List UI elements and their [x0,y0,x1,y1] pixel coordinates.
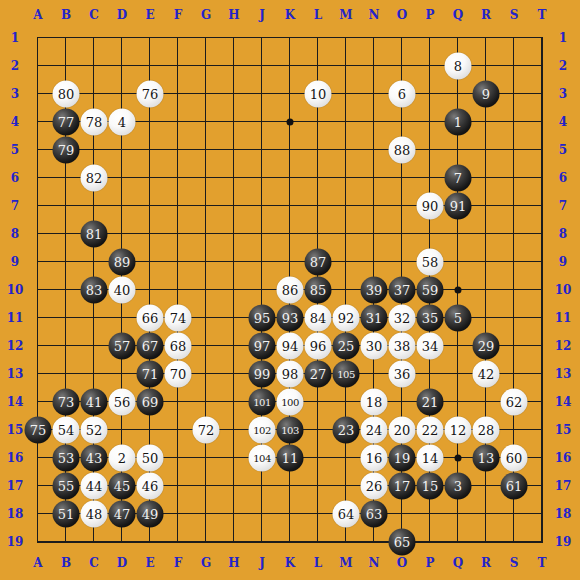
goban-screen: 1234567891011121314151617181920212223242… [0,0,580,580]
intersection-B2[interactable] [52,52,80,80]
intersection-B9[interactable] [52,248,80,276]
intersection-S3[interactable] [500,80,528,108]
intersection-N7[interactable] [360,192,388,220]
intersection-S4[interactable] [500,108,528,136]
intersection-A3[interactable] [24,80,52,108]
intersection-P6[interactable] [416,164,444,192]
intersection-R2[interactable] [472,52,500,80]
intersection-C12[interactable] [80,332,108,360]
intersection-H11[interactable] [220,304,248,332]
intersection-S2[interactable] [500,52,528,80]
intersection-L6[interactable] [304,164,332,192]
intersection-J18[interactable] [248,500,276,528]
intersection-B12[interactable] [52,332,80,360]
intersection-S7[interactable] [500,192,528,220]
intersection-B19[interactable] [52,528,80,556]
intersection-R6[interactable] [472,164,500,192]
stone-black-43: 43 [81,445,108,472]
intersection-M1[interactable] [332,24,360,52]
intersection-A1[interactable] [24,24,52,52]
intersection-L1[interactable] [304,24,332,52]
intersection-E4[interactable] [136,108,164,136]
intersection-J17[interactable] [248,472,276,500]
intersection-D2[interactable] [108,52,136,80]
intersection-H14[interactable] [220,388,248,416]
intersection-A4[interactable] [24,108,52,136]
intersection-K9[interactable] [276,248,304,276]
top-column-label-O: O [388,8,416,22]
right-row-label-7: 7 [550,199,576,213]
intersection-R10[interactable] [472,276,500,304]
intersection-J6[interactable] [248,164,276,192]
intersection-Q12[interactable] [444,332,472,360]
intersection-N5[interactable] [360,136,388,164]
intersection-N2[interactable] [360,52,388,80]
intersection-K17[interactable] [276,472,304,500]
left-row-label-2: 2 [2,59,28,73]
intersection-J1[interactable] [248,24,276,52]
stone-black-79: 79 [53,137,80,164]
left-row-label-11: 11 [2,311,28,325]
stone-black-65: 65 [389,529,416,556]
intersection-E15[interactable] [136,416,164,444]
intersection-M10[interactable] [332,276,360,304]
intersection-G10[interactable] [192,276,220,304]
intersection-G19[interactable] [192,528,220,556]
intersection-S9[interactable] [500,248,528,276]
intersection-L4[interactable] [304,108,332,136]
right-row-label-16: 16 [550,451,576,465]
intersection-G9[interactable] [192,248,220,276]
left-row-label-13: 13 [2,367,28,381]
intersection-D5[interactable] [108,136,136,164]
intersection-K7[interactable] [276,192,304,220]
intersection-F16[interactable] [164,444,192,472]
bottom-column-label-Q: Q [444,556,472,570]
intersection-D7[interactable] [108,192,136,220]
intersection-J7[interactable] [248,192,276,220]
intersection-F1[interactable] [164,24,192,52]
intersection-J4[interactable] [248,108,276,136]
intersection-C9[interactable] [80,248,108,276]
intersection-R9[interactable] [472,248,500,276]
intersection-G2[interactable] [192,52,220,80]
intersection-B11[interactable] [52,304,80,332]
intersection-S10[interactable] [500,276,528,304]
right-row-label-1: 1 [550,31,576,45]
intersection-G18[interactable] [192,500,220,528]
stone-white-72: 72 [193,417,220,444]
intersection-H17[interactable] [220,472,248,500]
intersection-G11[interactable] [192,304,220,332]
intersection-H8[interactable] [220,220,248,248]
intersection-N8[interactable] [360,220,388,248]
intersection-Q3[interactable] [444,80,472,108]
intersection-P5[interactable] [416,136,444,164]
stone-white-92: 92 [333,305,360,332]
intersection-O4[interactable] [388,108,416,136]
stone-black-73: 73 [53,389,80,416]
stone-black-99: 99 [249,361,276,388]
intersection-G1[interactable] [192,24,220,52]
intersection-P1[interactable] [416,24,444,52]
intersection-H7[interactable] [220,192,248,220]
intersection-E8[interactable] [136,220,164,248]
intersection-G5[interactable] [192,136,220,164]
intersection-H13[interactable] [220,360,248,388]
intersection-D1[interactable] [108,24,136,52]
intersection-F17[interactable] [164,472,192,500]
stone-black-3: 3 [445,473,472,500]
intersection-R14[interactable] [472,388,500,416]
intersection-A13[interactable] [24,360,52,388]
stone-white-30: 30 [361,333,388,360]
intersection-D8[interactable] [108,220,136,248]
intersection-N3[interactable] [360,80,388,108]
bottom-column-label-B: B [52,556,80,570]
intersection-L7[interactable] [304,192,332,220]
intersection-M9[interactable] [332,248,360,276]
intersection-A7[interactable] [24,192,52,220]
intersection-F15[interactable] [164,416,192,444]
stone-white-14: 14 [417,445,444,472]
intersection-D15[interactable] [108,416,136,444]
intersection-L15[interactable] [304,416,332,444]
stone-black-17: 17 [389,473,416,500]
intersection-N6[interactable] [360,164,388,192]
right-row-label-9: 9 [550,255,576,269]
intersection-Q13[interactable] [444,360,472,388]
intersection-C3[interactable] [80,80,108,108]
intersection-H6[interactable] [220,164,248,192]
stone-black-1: 1 [445,109,472,136]
intersection-Q9[interactable] [444,248,472,276]
intersection-A11[interactable] [24,304,52,332]
intersection-F8[interactable] [164,220,192,248]
intersection-S5[interactable] [500,136,528,164]
intersection-P8[interactable] [416,220,444,248]
intersection-O6[interactable] [388,164,416,192]
bottom-column-label-C: C [80,556,108,570]
intersection-Q8[interactable] [444,220,472,248]
intersection-C11[interactable] [80,304,108,332]
intersection-P3[interactable] [416,80,444,108]
intersection-M2[interactable] [332,52,360,80]
intersection-F6[interactable] [164,164,192,192]
intersection-S12[interactable] [500,332,528,360]
intersection-E10[interactable] [136,276,164,304]
intersection-H15[interactable] [220,416,248,444]
intersection-A16[interactable] [24,444,52,472]
stone-white-12: 12 [445,417,472,444]
intersection-C7[interactable] [80,192,108,220]
intersection-G14[interactable] [192,388,220,416]
stone-white-16: 16 [361,445,388,472]
stone-white-22: 22 [417,417,444,444]
intersection-F4[interactable] [164,108,192,136]
bottom-column-label-T: T [528,556,556,570]
intersection-F14[interactable] [164,388,192,416]
intersection-P4[interactable] [416,108,444,136]
intersection-N1[interactable] [360,24,388,52]
top-column-label-K: K [276,8,304,22]
top-column-label-C: C [80,8,108,22]
intersection-H19[interactable] [220,528,248,556]
intersection-R17[interactable] [472,472,500,500]
intersection-A14[interactable] [24,388,52,416]
intersection-H1[interactable] [220,24,248,52]
stone-white-46: 46 [137,473,164,500]
stone-black-83: 83 [81,277,108,304]
top-column-label-G: G [192,8,220,22]
intersection-O18[interactable] [388,500,416,528]
right-row-label-18: 18 [550,507,576,521]
intersection-Q19[interactable] [444,528,472,556]
intersection-M6[interactable] [332,164,360,192]
intersection-J5[interactable] [248,136,276,164]
intersection-A6[interactable] [24,164,52,192]
intersection-E1[interactable] [136,24,164,52]
intersection-G12[interactable] [192,332,220,360]
intersection-M14[interactable] [332,388,360,416]
intersection-H4[interactable] [220,108,248,136]
intersection-E6[interactable] [136,164,164,192]
intersection-H9[interactable] [220,248,248,276]
intersection-R19[interactable] [472,528,500,556]
intersection-E19[interactable] [136,528,164,556]
intersection-J8[interactable] [248,220,276,248]
intersection-D6[interactable] [108,164,136,192]
bottom-column-label-S: S [500,556,528,570]
top-column-label-S: S [500,8,528,22]
intersection-C1[interactable] [80,24,108,52]
stone-black-101: 101 [249,389,276,416]
intersection-S15[interactable] [500,416,528,444]
intersection-N19[interactable] [360,528,388,556]
intersection-O9[interactable] [388,248,416,276]
intersection-B8[interactable] [52,220,80,248]
intersection-F5[interactable] [164,136,192,164]
intersection-L14[interactable] [304,388,332,416]
intersection-O7[interactable] [388,192,416,220]
top-column-label-D: D [108,8,136,22]
intersection-M3[interactable] [332,80,360,108]
intersection-F7[interactable] [164,192,192,220]
intersection-P18[interactable] [416,500,444,528]
intersection-M17[interactable] [332,472,360,500]
intersection-S19[interactable] [500,528,528,556]
intersection-S6[interactable] [500,164,528,192]
intersection-C2[interactable] [80,52,108,80]
intersection-K3[interactable] [276,80,304,108]
left-row-label-8: 8 [2,227,28,241]
intersection-H3[interactable] [220,80,248,108]
intersection-K6[interactable] [276,164,304,192]
intersection-D11[interactable] [108,304,136,332]
intersection-G7[interactable] [192,192,220,220]
intersection-L16[interactable] [304,444,332,472]
intersection-N9[interactable] [360,248,388,276]
intersection-A17[interactable] [24,472,52,500]
intersection-A8[interactable] [24,220,52,248]
stone-white-40: 40 [109,277,136,304]
intersection-D19[interactable] [108,528,136,556]
intersection-H16[interactable] [220,444,248,472]
intersection-H10[interactable] [220,276,248,304]
intersection-G13[interactable] [192,360,220,388]
intersection-A9[interactable] [24,248,52,276]
intersection-G8[interactable] [192,220,220,248]
intersection-Q5[interactable] [444,136,472,164]
intersection-L17[interactable] [304,472,332,500]
stone-white-8: 8 [445,53,472,80]
intersection-G17[interactable] [192,472,220,500]
stone-black-19: 19 [389,445,416,472]
intersection-O14[interactable] [388,388,416,416]
intersection-G3[interactable] [192,80,220,108]
intersection-O2[interactable] [388,52,416,80]
intersection-M4[interactable] [332,108,360,136]
intersection-M16[interactable] [332,444,360,472]
intersection-E7[interactable] [136,192,164,220]
intersection-A2[interactable] [24,52,52,80]
top-column-label-J: J [248,8,276,22]
intersection-A5[interactable] [24,136,52,164]
intersection-R7[interactable] [472,192,500,220]
stone-white-76: 76 [137,81,164,108]
intersection-R8[interactable] [472,220,500,248]
intersection-A10[interactable] [24,276,52,304]
top-column-label-T: T [528,8,556,22]
intersection-K8[interactable] [276,220,304,248]
intersection-B6[interactable] [52,164,80,192]
intersection-F3[interactable] [164,80,192,108]
intersection-B1[interactable] [52,24,80,52]
intersection-Q18[interactable] [444,500,472,528]
intersection-L19[interactable] [304,528,332,556]
intersection-Q14[interactable] [444,388,472,416]
intersection-H18[interactable] [220,500,248,528]
bottom-column-label-L: L [304,556,332,570]
intersection-P2[interactable] [416,52,444,80]
board-grid: 1234567891011121314151617181920212223242… [24,24,556,556]
intersection-F19[interactable] [164,528,192,556]
intersection-M19[interactable] [332,528,360,556]
intersection-L5[interactable] [304,136,332,164]
intersection-O1[interactable] [388,24,416,52]
intersection-F10[interactable] [164,276,192,304]
bottom-column-label-A: A [24,556,52,570]
intersection-M5[interactable] [332,136,360,164]
intersection-R4[interactable] [472,108,500,136]
bottom-column-label-K: K [276,556,304,570]
intersection-E2[interactable] [136,52,164,80]
intersection-L18[interactable] [304,500,332,528]
intersection-E9[interactable] [136,248,164,276]
intersection-D3[interactable] [108,80,136,108]
right-row-label-17: 17 [550,479,576,493]
intersection-Q1[interactable] [444,24,472,52]
intersection-G4[interactable] [192,108,220,136]
intersection-K1[interactable] [276,24,304,52]
intersection-A19[interactable] [24,528,52,556]
intersection-B7[interactable] [52,192,80,220]
intersection-M7[interactable] [332,192,360,220]
intersection-C13[interactable] [80,360,108,388]
intersection-L2[interactable] [304,52,332,80]
intersection-N4[interactable] [360,108,388,136]
intersection-O8[interactable] [388,220,416,248]
intersection-H2[interactable] [220,52,248,80]
intersection-J9[interactable] [248,248,276,276]
stone-white-68: 68 [165,333,192,360]
intersection-G6[interactable] [192,164,220,192]
intersection-J2[interactable] [248,52,276,80]
intersection-K18[interactable] [276,500,304,528]
intersection-S11[interactable] [500,304,528,332]
intersection-H12[interactable] [220,332,248,360]
intersection-A18[interactable] [24,500,52,528]
intersection-G16[interactable] [192,444,220,472]
intersection-K2[interactable] [276,52,304,80]
stone-white-74: 74 [165,305,192,332]
intersection-B13[interactable] [52,360,80,388]
intersection-E5[interactable] [136,136,164,164]
intersection-K19[interactable] [276,528,304,556]
top-column-label-F: F [164,8,192,22]
intersection-R18[interactable] [472,500,500,528]
left-row-label-12: 12 [2,339,28,353]
intersection-S18[interactable] [500,500,528,528]
intersection-J10[interactable] [248,276,276,304]
stone-black-45: 45 [109,473,136,500]
intersection-L8[interactable] [304,220,332,248]
stone-black-49: 49 [137,501,164,528]
intersection-S13[interactable] [500,360,528,388]
intersection-P19[interactable] [416,528,444,556]
left-row-label-14: 14 [2,395,28,409]
left-row-label-7: 7 [2,199,28,213]
intersection-H5[interactable] [220,136,248,164]
intersection-J19[interactable] [248,528,276,556]
intersection-S8[interactable] [500,220,528,248]
intersection-R1[interactable] [472,24,500,52]
left-row-label-1: 1 [2,31,28,45]
intersection-P13[interactable] [416,360,444,388]
bottom-column-label-G: G [192,556,220,570]
intersection-B10[interactable] [52,276,80,304]
intersection-F9[interactable] [164,248,192,276]
intersection-S1[interactable] [500,24,528,52]
intersection-F2[interactable] [164,52,192,80]
intersection-M8[interactable] [332,220,360,248]
intersection-C19[interactable] [80,528,108,556]
intersection-A12[interactable] [24,332,52,360]
intersection-D13[interactable] [108,360,136,388]
intersection-R11[interactable] [472,304,500,332]
stone-black-35: 35 [417,305,444,332]
intersection-F18[interactable] [164,500,192,528]
intersection-N13[interactable] [360,360,388,388]
top-column-label-P: P [416,8,444,22]
right-row-label-15: 15 [550,423,576,437]
intersection-R5[interactable] [472,136,500,164]
stone-black-69: 69 [137,389,164,416]
intersection-C5[interactable] [80,136,108,164]
intersection-K5[interactable] [276,136,304,164]
intersection-J3[interactable] [248,80,276,108]
left-row-label-16: 16 [2,451,28,465]
